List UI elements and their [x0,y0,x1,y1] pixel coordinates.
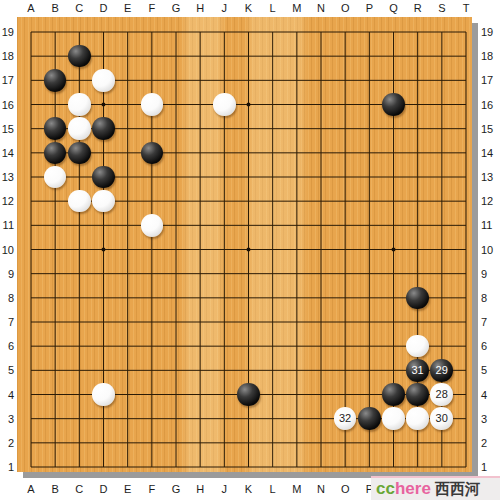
watermark: cchere西西河 [371,476,500,500]
coord-label-bottom-N: N [317,483,325,495]
coord-label-right-1: 1 [481,461,500,473]
coord-label-right-11: 11 [481,219,500,231]
coord-label-top-B: B [51,2,58,14]
coord-label-bottom-K: K [245,483,252,495]
stone-black-B15[interactable] [44,117,67,140]
coord-label-left-19: 19 [0,26,14,38]
coord-label-top-K: K [245,2,252,14]
stone-black-K4[interactable] [237,383,260,406]
coord-label-left-2: 2 [0,437,14,449]
coord-label-bottom-B: B [51,483,58,495]
coord-label-bottom-F: F [148,483,155,495]
stone-black-D15[interactable] [92,117,115,140]
move-number-32: 32 [339,413,351,424]
coord-label-bottom-E: E [124,483,131,495]
coord-label-left-12: 12 [0,195,14,207]
coord-label-top-N: N [317,2,325,14]
coord-label-left-3: 3 [0,413,14,425]
stone-black-R5-move-31[interactable]: 31 [406,359,429,382]
coord-label-bottom-C: C [75,483,83,495]
stone-white-Q3[interactable] [382,407,405,430]
coord-label-bottom-A: A [27,483,34,495]
coord-label-bottom-M: M [292,483,301,495]
coord-label-left-5: 5 [0,364,14,376]
move-number-31: 31 [411,365,423,376]
coord-label-right-12: 12 [481,195,500,207]
stone-black-R8[interactable] [406,287,429,310]
coord-label-top-T: T [463,2,470,14]
coord-label-left-10: 10 [0,244,14,256]
coord-label-top-F: F [148,2,155,14]
stone-white-F16[interactable] [141,93,164,116]
stone-black-C18[interactable] [68,45,91,68]
stone-black-Q4[interactable] [382,383,405,406]
stone-white-R3[interactable] [406,407,429,430]
coord-label-left-18: 18 [0,50,14,62]
coord-label-top-M: M [292,2,301,14]
coord-label-right-17: 17 [481,74,500,86]
coord-label-right-16: 16 [481,99,500,111]
coord-label-top-Q: Q [389,2,398,14]
stone-black-F14[interactable] [141,142,164,165]
stone-white-F11[interactable] [141,214,164,237]
coord-label-bottom-H: H [196,483,204,495]
watermark-here: here [395,479,431,499]
stone-white-C15[interactable] [68,117,91,140]
coord-label-right-7: 7 [481,316,500,328]
stone-white-B13[interactable] [44,166,67,189]
move-number-30: 30 [436,413,448,424]
coord-label-right-4: 4 [481,389,500,401]
coord-label-top-J: J [222,2,228,14]
stone-black-C14[interactable] [68,142,91,165]
coord-label-bottom-J: J [222,483,228,495]
stone-black-S5-move-29[interactable]: 29 [430,359,453,382]
coord-label-left-11: 11 [0,219,14,231]
stone-black-B17[interactable] [44,69,67,92]
stone-white-S4-move-28[interactable]: 28 [430,383,453,406]
board-grid[interactable]: 3129283230 [19,20,478,479]
coord-label-right-6: 6 [481,340,500,352]
coord-label-left-4: 4 [0,389,14,401]
stone-white-D4[interactable] [92,383,115,406]
coord-label-top-P: P [366,2,373,14]
coord-label-bottom-G: G [172,483,181,495]
coord-label-left-9: 9 [0,268,14,280]
stone-black-B14[interactable] [44,142,67,165]
move-number-28: 28 [436,389,448,400]
coord-label-left-7: 7 [0,316,14,328]
coord-label-top-H: H [196,2,204,14]
coord-label-top-L: L [270,2,276,14]
stone-black-Q16[interactable] [382,93,405,116]
coord-label-top-A: A [27,2,34,14]
coord-label-top-O: O [341,2,350,14]
coord-label-left-6: 6 [0,340,14,352]
stone-black-R4[interactable] [406,383,429,406]
coord-label-bottom-O: O [341,483,350,495]
stone-white-D12[interactable] [92,190,115,213]
stone-white-C12[interactable] [68,190,91,213]
coord-label-right-18: 18 [481,50,500,62]
stone-white-O3-move-32[interactable]: 32 [334,407,357,430]
stone-white-C16[interactable] [68,93,91,116]
coord-label-top-D: D [100,2,108,14]
page: 3129283230 AABBCCDDEEFFGGHHJJKKLLMMNNOOP… [0,0,500,500]
coord-label-right-10: 10 [481,244,500,256]
stone-white-D17[interactable] [92,69,115,92]
coord-label-bottom-L: L [270,483,276,495]
coord-label-left-1: 1 [0,461,14,473]
coord-label-right-2: 2 [481,437,500,449]
coord-label-right-9: 9 [481,268,500,280]
coord-label-top-R: R [414,2,422,14]
coord-label-top-E: E [124,2,131,14]
stone-white-J16[interactable] [213,93,236,116]
coord-label-bottom-D: D [100,483,108,495]
watermark-site: 西西河 [435,480,480,499]
coord-label-right-13: 13 [481,171,500,183]
coord-label-left-16: 16 [0,99,14,111]
coord-label-right-14: 14 [481,147,500,159]
coord-label-top-C: C [75,2,83,14]
coord-label-left-13: 13 [0,171,14,183]
coord-label-left-15: 15 [0,123,14,135]
coord-label-right-15: 15 [481,123,500,135]
coord-label-right-5: 5 [481,364,500,376]
stone-black-D13[interactable] [92,166,115,189]
stone-white-S3-move-30[interactable]: 30 [430,407,453,430]
coord-label-right-3: 3 [481,413,500,425]
coord-label-left-8: 8 [0,292,14,304]
stone-black-P3[interactable] [358,407,381,430]
coord-label-left-14: 14 [0,147,14,159]
coord-label-top-G: G [172,2,181,14]
coord-label-top-S: S [438,2,445,14]
coord-label-right-8: 8 [481,292,500,304]
coord-label-left-17: 17 [0,74,14,86]
watermark-cc: cc [376,479,395,499]
coord-label-right-19: 19 [481,26,500,38]
move-number-29: 29 [436,365,448,376]
go-board[interactable]: 3129283230 [17,17,472,472]
stone-white-R6[interactable] [406,335,429,358]
